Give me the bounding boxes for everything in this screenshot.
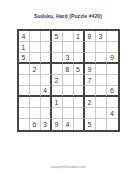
cell-r3c1[interactable]: 5: [19, 53, 30, 64]
cell-r9c1[interactable]: [19, 119, 30, 130]
cell-r4c6[interactable]: 5: [74, 64, 85, 75]
cell-r1c9[interactable]: [107, 31, 118, 42]
sudoku-grid: 4518315392859274612463945: [17, 29, 120, 132]
cell-r5c4[interactable]: 2: [52, 75, 63, 86]
cell-r4c3[interactable]: [41, 64, 52, 75]
cell-r6c7[interactable]: [85, 86, 96, 97]
cell-r9c7[interactable]: 5: [85, 119, 96, 130]
cell-r2c8[interactable]: [96, 42, 107, 53]
cell-r3c2[interactable]: [30, 53, 41, 64]
cell-r4c2[interactable]: 2: [30, 64, 41, 75]
cell-r8c9[interactable]: 4: [107, 108, 118, 119]
cell-r7c4[interactable]: 1: [52, 97, 63, 108]
cell-r4c4[interactable]: [52, 64, 63, 75]
cell-r1c7[interactable]: 8: [85, 31, 96, 42]
cell-r2c1[interactable]: 1: [19, 42, 30, 53]
cell-r8c5[interactable]: [63, 108, 74, 119]
cell-r6c8[interactable]: [96, 86, 107, 97]
cell-r1c8[interactable]: 3: [96, 31, 107, 42]
cell-r4c8[interactable]: [96, 64, 107, 75]
cell-r6c1[interactable]: [19, 86, 30, 97]
cell-r4c7[interactable]: 9: [85, 64, 96, 75]
cell-r1c1[interactable]: 4: [19, 31, 30, 42]
cell-r7c7[interactable]: 2: [85, 97, 96, 108]
cell-r2c3[interactable]: [41, 42, 52, 53]
cell-r6c5[interactable]: [63, 86, 74, 97]
cell-r9c2[interactable]: 6: [30, 119, 41, 130]
cell-r4c1[interactable]: [19, 64, 30, 75]
cell-r3c5[interactable]: 3: [63, 53, 74, 64]
cell-r3c9[interactable]: 9: [107, 53, 118, 64]
cell-r8c7[interactable]: [85, 108, 96, 119]
cell-r3c7[interactable]: [85, 53, 96, 64]
cell-r4c5[interactable]: 8: [63, 64, 74, 75]
cell-r1c6[interactable]: 1: [74, 31, 85, 42]
cell-r2c6[interactable]: [74, 42, 85, 53]
cell-r8c3[interactable]: [41, 108, 52, 119]
cell-r7c8[interactable]: [96, 97, 107, 108]
cell-r8c4[interactable]: [52, 108, 63, 119]
cell-r9c5[interactable]: 4: [63, 119, 74, 130]
cell-r8c2[interactable]: [30, 108, 41, 119]
cell-r2c5[interactable]: [63, 42, 74, 53]
cell-r5c1[interactable]: [19, 75, 30, 86]
cell-r8c6[interactable]: [74, 108, 85, 119]
cell-r9c4[interactable]: 9: [52, 119, 63, 130]
cell-r3c6[interactable]: [74, 53, 85, 64]
cell-r2c2[interactable]: [30, 42, 41, 53]
cell-r7c2[interactable]: [30, 97, 41, 108]
cell-r5c3[interactable]: [41, 75, 52, 86]
cell-r7c3[interactable]: [41, 97, 52, 108]
cell-r1c4[interactable]: 5: [52, 31, 63, 42]
cell-r3c3[interactable]: [41, 53, 52, 64]
cell-r6c3[interactable]: 4: [41, 86, 52, 97]
cell-r1c2[interactable]: [30, 31, 41, 42]
cell-r5c6[interactable]: [74, 75, 85, 86]
cell-r7c1[interactable]: [19, 97, 30, 108]
cell-r8c8[interactable]: [96, 108, 107, 119]
cell-r4c9[interactable]: [107, 64, 118, 75]
cell-r6c6[interactable]: [74, 86, 85, 97]
cell-r1c5[interactable]: [63, 31, 74, 42]
cell-r5c7[interactable]: 7: [85, 75, 96, 86]
cell-r2c9[interactable]: [107, 42, 118, 53]
cell-r7c5[interactable]: [63, 97, 74, 108]
cell-r9c8[interactable]: [96, 119, 107, 130]
cell-r1c3[interactable]: [41, 31, 52, 42]
cell-r5c5[interactable]: [63, 75, 74, 86]
cell-r5c8[interactable]: [96, 75, 107, 86]
footer-url: www.printfreesudoku.com: [0, 165, 136, 169]
cell-r3c8[interactable]: [96, 53, 107, 64]
cell-r9c9[interactable]: [107, 119, 118, 130]
cell-r6c4[interactable]: [52, 86, 63, 97]
cell-r7c9[interactable]: [107, 97, 118, 108]
cell-r7c6[interactable]: [74, 97, 85, 108]
cell-r5c2[interactable]: [30, 75, 41, 86]
cell-r6c2[interactable]: [30, 86, 41, 97]
cell-r2c4[interactable]: [52, 42, 63, 53]
cell-r9c6[interactable]: [74, 119, 85, 130]
cell-r2c7[interactable]: [85, 42, 96, 53]
cell-r5c9[interactable]: [107, 75, 118, 86]
cell-r9c3[interactable]: 3: [41, 119, 52, 130]
cell-r6c9[interactable]: 6: [107, 86, 118, 97]
cell-r3c4[interactable]: [52, 53, 63, 64]
cell-r8c1[interactable]: [19, 108, 30, 119]
board-area: 4518315392859274612463945: [0, 29, 136, 132]
page-title: Sudoku, Hard (Puzzle #420): [0, 13, 136, 19]
